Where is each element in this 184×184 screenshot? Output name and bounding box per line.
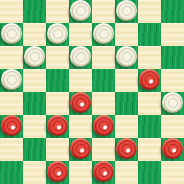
square-28[interactable] xyxy=(161,138,184,161)
light-square xyxy=(0,138,23,161)
square-8[interactable] xyxy=(138,23,161,46)
white-man[interactable] xyxy=(47,23,68,44)
light-square xyxy=(92,92,115,115)
light-square xyxy=(0,92,23,115)
square-26[interactable] xyxy=(69,138,92,161)
light-square xyxy=(138,92,161,115)
square-17[interactable] xyxy=(23,92,46,115)
white-man[interactable] xyxy=(93,23,114,44)
light-square xyxy=(23,115,46,138)
checkers-board xyxy=(0,0,184,184)
light-square xyxy=(92,46,115,69)
square-7[interactable] xyxy=(92,23,115,46)
light-square xyxy=(23,69,46,92)
square-3[interactable] xyxy=(115,0,138,23)
light-square xyxy=(92,0,115,23)
light-square xyxy=(23,23,46,46)
white-man[interactable] xyxy=(1,69,22,90)
red-man[interactable] xyxy=(70,92,91,113)
white-man[interactable] xyxy=(70,46,91,67)
red-man[interactable] xyxy=(70,138,91,159)
square-20[interactable] xyxy=(161,92,184,115)
light-square xyxy=(46,46,69,69)
square-18[interactable] xyxy=(69,92,92,115)
light-square xyxy=(69,161,92,184)
red-man[interactable] xyxy=(47,115,68,136)
white-man[interactable] xyxy=(116,0,137,21)
white-man[interactable] xyxy=(116,46,137,67)
square-14[interactable] xyxy=(46,69,69,92)
light-square xyxy=(161,115,184,138)
light-square xyxy=(161,69,184,92)
red-man[interactable] xyxy=(93,161,114,182)
light-square xyxy=(138,46,161,69)
square-19[interactable] xyxy=(115,92,138,115)
light-square xyxy=(0,46,23,69)
light-square xyxy=(69,23,92,46)
white-man[interactable] xyxy=(162,92,183,113)
square-10[interactable] xyxy=(69,46,92,69)
light-square xyxy=(161,161,184,184)
light-square xyxy=(115,161,138,184)
red-man[interactable] xyxy=(116,138,137,159)
square-1[interactable] xyxy=(23,0,46,23)
square-11[interactable] xyxy=(115,46,138,69)
red-man[interactable] xyxy=(93,115,114,136)
light-square xyxy=(115,69,138,92)
square-21[interactable] xyxy=(0,115,23,138)
white-man[interactable] xyxy=(24,46,45,67)
white-man[interactable] xyxy=(1,23,22,44)
light-square xyxy=(0,0,23,23)
square-12[interactable] xyxy=(161,46,184,69)
square-27[interactable] xyxy=(115,138,138,161)
light-square xyxy=(23,161,46,184)
square-31[interactable] xyxy=(92,161,115,184)
square-29[interactable] xyxy=(0,161,23,184)
square-32[interactable] xyxy=(138,161,161,184)
square-6[interactable] xyxy=(46,23,69,46)
red-man[interactable] xyxy=(47,161,68,182)
square-5[interactable] xyxy=(0,23,23,46)
light-square xyxy=(69,69,92,92)
light-square xyxy=(46,0,69,23)
square-9[interactable] xyxy=(23,46,46,69)
square-13[interactable] xyxy=(0,69,23,92)
square-23[interactable] xyxy=(92,115,115,138)
light-square xyxy=(92,138,115,161)
red-man[interactable] xyxy=(139,69,160,90)
square-4[interactable] xyxy=(161,0,184,23)
white-man[interactable] xyxy=(70,0,91,21)
light-square xyxy=(138,138,161,161)
light-square xyxy=(46,138,69,161)
square-24[interactable] xyxy=(138,115,161,138)
light-square xyxy=(161,23,184,46)
square-25[interactable] xyxy=(23,138,46,161)
square-22[interactable] xyxy=(46,115,69,138)
light-square xyxy=(138,0,161,23)
light-square xyxy=(115,115,138,138)
square-30[interactable] xyxy=(46,161,69,184)
light-square xyxy=(46,92,69,115)
light-square xyxy=(115,23,138,46)
square-15[interactable] xyxy=(92,69,115,92)
red-man[interactable] xyxy=(162,138,183,159)
light-square xyxy=(69,115,92,138)
red-man[interactable] xyxy=(1,115,22,136)
square-16[interactable] xyxy=(138,69,161,92)
square-2[interactable] xyxy=(69,0,92,23)
